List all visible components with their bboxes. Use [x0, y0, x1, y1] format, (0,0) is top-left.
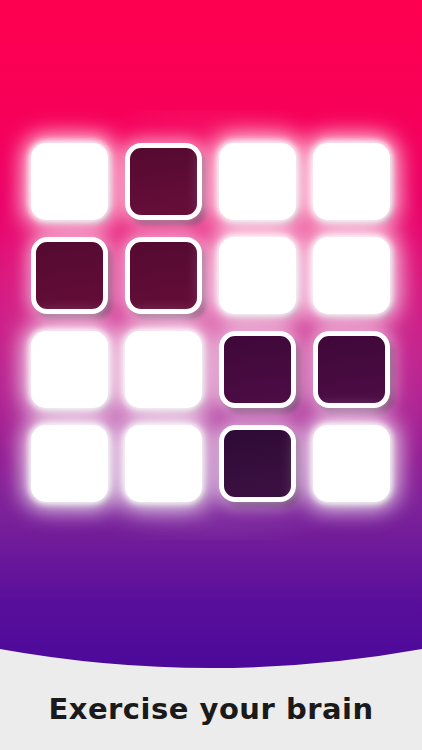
- tile-r2c2-dark[interactable]: [125, 237, 202, 314]
- tile-r4c2-white[interactable]: [125, 425, 202, 502]
- tile-r3c4-dark[interactable]: [313, 331, 390, 408]
- tile-r1c4-white[interactable]: [313, 143, 390, 220]
- board-grid: [31, 143, 390, 502]
- tile-r4c3-dark[interactable]: [219, 425, 296, 502]
- tile-r3c1-white[interactable]: [31, 331, 108, 408]
- tile-r1c1-white[interactable]: [31, 143, 108, 220]
- tile-r3c2-white[interactable]: [125, 331, 202, 408]
- tagline-text: Exercise your brain: [0, 692, 422, 726]
- tile-r2c4-white[interactable]: [313, 237, 390, 314]
- tile-r1c3-white[interactable]: [219, 143, 296, 220]
- app-screen: Exercise your brain: [0, 0, 422, 750]
- tile-r3c3-dark[interactable]: [219, 331, 296, 408]
- tile-r2c3-white[interactable]: [219, 237, 296, 314]
- tile-r4c1-white[interactable]: [31, 425, 108, 502]
- tile-r4c4-white[interactable]: [313, 425, 390, 502]
- tile-r1c2-dark[interactable]: [125, 143, 202, 220]
- tile-r2c1-dark[interactable]: [31, 237, 108, 314]
